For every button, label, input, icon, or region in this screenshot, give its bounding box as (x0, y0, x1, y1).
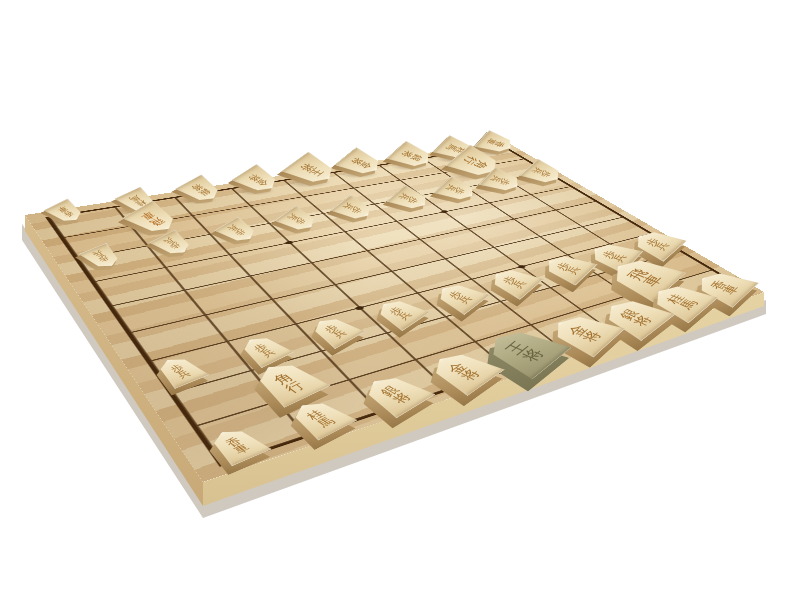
piece-kanji: 歩兵 (305, 312, 367, 349)
piece-sente-gold: 金将 (433, 341, 492, 402)
piece-kanji: 桂馬 (282, 395, 358, 441)
piece-sente-gold: 金将 (554, 303, 613, 364)
piece-gote-pawn: 歩兵 (85, 239, 119, 274)
pieces-layer: 香車桂馬銀将金将玉将金将銀将桂馬香車飛車角行歩兵歩兵歩兵歩兵歩兵歩兵歩兵歩兵歩兵… (0, 0, 800, 600)
piece-sente-pawn: 歩兵 (438, 275, 481, 319)
piece-sente-king: 王将 (490, 316, 557, 386)
piece-gote-pawn: 歩兵 (281, 202, 315, 237)
piece-gote-pawn: 歩兵 (393, 181, 427, 216)
piece-kanji: 歩兵 (429, 279, 490, 316)
piece-top-face: 歩兵 (150, 353, 210, 389)
piece-gote-gold: 金将 (239, 161, 276, 200)
piece-sente-pawn: 歩兵 (159, 349, 202, 393)
piece-gote-silver: 銀将 (182, 171, 218, 209)
piece-sente-silver: 銀将 (367, 364, 424, 423)
piece-top-face: 歩兵 (305, 312, 367, 349)
piece-top-face: 桂馬 (282, 395, 358, 441)
piece-sente-pawn: 歩兵 (314, 308, 357, 352)
piece-gote-pawn: 歩兵 (440, 172, 474, 207)
piece-sente-pawn: 歩兵 (547, 246, 590, 290)
piece-sente-pawn: 歩兵 (493, 260, 536, 304)
shogi-photo-stage: 香車桂馬銀将金将玉将金将銀将桂馬香車飛車角行歩兵歩兵歩兵歩兵歩兵歩兵歩兵歩兵歩兵… (0, 0, 800, 600)
piece-gote-pawn: 歩兵 (526, 155, 560, 190)
piece-top-face: 歩兵 (429, 279, 490, 316)
piece-top-face: 銀将 (354, 369, 436, 418)
piece-sente-pawn: 歩兵 (379, 291, 422, 335)
piece-kanji: 銀将 (354, 369, 436, 418)
piece-sente-lance: 香車 (212, 419, 262, 471)
piece-gote-pawn: 歩兵 (156, 226, 190, 261)
piece-gote-king: 玉将 (290, 148, 333, 193)
piece-gote-lance: 香車 (51, 196, 83, 229)
piece-gote-pawn: 歩兵 (485, 163, 519, 198)
piece-gote-pawn: 歩兵 (221, 213, 255, 248)
piece-gote-silver: 銀将 (394, 137, 430, 175)
piece-kanji: 歩兵 (150, 353, 210, 389)
piece-sente-knight: 桂馬 (294, 391, 347, 446)
piece-gote-pawn: 歩兵 (337, 191, 371, 226)
piece-gote-gold: 金将 (343, 144, 380, 183)
